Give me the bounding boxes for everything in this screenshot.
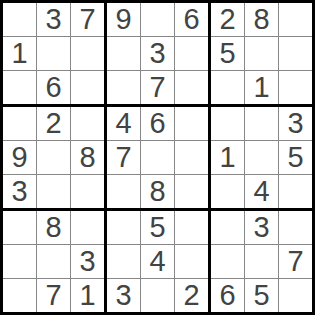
cell-r8c8[interactable]	[245, 245, 278, 278]
cell-r3c5[interactable]: 7	[141, 71, 174, 104]
cell-r2c5[interactable]: 3	[141, 37, 174, 70]
cell-r8c3[interactable]: 3	[71, 245, 104, 278]
cell-r4c7[interactable]	[211, 107, 244, 140]
cell-r2c6[interactable]	[175, 37, 208, 70]
cell-r9c2[interactable]: 7	[37, 279, 70, 312]
cell-r1c2[interactable]: 3	[37, 3, 70, 36]
cell-r7c9[interactable]	[279, 211, 312, 244]
cell-r5c1[interactable]: 9	[3, 141, 36, 174]
cell-r6c7[interactable]	[211, 175, 244, 208]
box-bottom-right: 3 7 6 5	[211, 211, 312, 312]
cell-r2c1[interactable]: 1	[3, 37, 36, 70]
cell-r5c4[interactable]: 7	[107, 141, 140, 174]
cell-r6c2[interactable]	[37, 175, 70, 208]
box-middle-center: 4 6 7 8	[107, 107, 208, 208]
cell-r9c4[interactable]: 3	[107, 279, 140, 312]
box-top-right: 2 8 5 1	[211, 3, 312, 104]
cell-r9c9[interactable]	[279, 279, 312, 312]
cell-r6c8[interactable]: 4	[245, 175, 278, 208]
box-middle-left: 2 9 8 3	[3, 107, 104, 208]
cell-r8c2[interactable]	[37, 245, 70, 278]
cell-r5c7[interactable]: 1	[211, 141, 244, 174]
cell-r6c6[interactable]	[175, 175, 208, 208]
sudoku-board: 3 7 1 6 9 6 3 7 2 8 5 1 2 9 8 3	[0, 0, 315, 315]
cell-r6c3[interactable]	[71, 175, 104, 208]
cell-r6c9[interactable]	[279, 175, 312, 208]
cell-r8c7[interactable]	[211, 245, 244, 278]
cell-r4c6[interactable]	[175, 107, 208, 140]
cell-r3c1[interactable]	[3, 71, 36, 104]
cell-r8c6[interactable]	[175, 245, 208, 278]
cell-r5c9[interactable]: 5	[279, 141, 312, 174]
cell-r2c7[interactable]: 5	[211, 37, 244, 70]
cell-r6c4[interactable]	[107, 175, 140, 208]
cell-r2c3[interactable]	[71, 37, 104, 70]
cell-r8c1[interactable]	[3, 245, 36, 278]
cell-r3c9[interactable]	[279, 71, 312, 104]
cell-r4c5[interactable]: 6	[141, 107, 174, 140]
cell-r5c8[interactable]	[245, 141, 278, 174]
cell-r4c2[interactable]: 2	[37, 107, 70, 140]
box-bottom-center: 5 4 3 2	[107, 211, 208, 312]
cell-r3c6[interactable]	[175, 71, 208, 104]
cell-r4c8[interactable]	[245, 107, 278, 140]
cell-r7c2[interactable]: 8	[37, 211, 70, 244]
cell-r1c6[interactable]: 6	[175, 3, 208, 36]
cell-r9c1[interactable]	[3, 279, 36, 312]
cell-r9c8[interactable]: 5	[245, 279, 278, 312]
cell-r8c9[interactable]: 7	[279, 245, 312, 278]
cell-r1c5[interactable]	[141, 3, 174, 36]
cell-r1c7[interactable]: 2	[211, 3, 244, 36]
cell-r8c5[interactable]: 4	[141, 245, 174, 278]
cell-r1c9[interactable]	[279, 3, 312, 36]
cell-r1c4[interactable]: 9	[107, 3, 140, 36]
box-top-center: 9 6 3 7	[107, 3, 208, 104]
cell-r6c1[interactable]: 3	[3, 175, 36, 208]
cell-r9c6[interactable]: 2	[175, 279, 208, 312]
cell-r4c3[interactable]	[71, 107, 104, 140]
cell-r5c5[interactable]	[141, 141, 174, 174]
cell-r7c5[interactable]: 5	[141, 211, 174, 244]
cell-r2c9[interactable]	[279, 37, 312, 70]
cell-r7c7[interactable]	[211, 211, 244, 244]
cell-r3c3[interactable]	[71, 71, 104, 104]
cell-r7c3[interactable]	[71, 211, 104, 244]
cell-r9c7[interactable]: 6	[211, 279, 244, 312]
cell-r5c3[interactable]: 8	[71, 141, 104, 174]
cell-r3c8[interactable]: 1	[245, 71, 278, 104]
cell-r1c1[interactable]	[3, 3, 36, 36]
cell-r4c1[interactable]	[3, 107, 36, 140]
cell-r3c4[interactable]	[107, 71, 140, 104]
cell-r7c8[interactable]: 3	[245, 211, 278, 244]
cell-r5c6[interactable]	[175, 141, 208, 174]
cell-r5c2[interactable]	[37, 141, 70, 174]
cell-r6c5[interactable]: 8	[141, 175, 174, 208]
cell-r9c3[interactable]: 1	[71, 279, 104, 312]
cell-r4c9[interactable]: 3	[279, 107, 312, 140]
cell-r2c2[interactable]	[37, 37, 70, 70]
cell-r2c4[interactable]	[107, 37, 140, 70]
cell-r9c5[interactable]	[141, 279, 174, 312]
cell-r7c4[interactable]	[107, 211, 140, 244]
cell-r7c6[interactable]	[175, 211, 208, 244]
box-bottom-left: 8 3 7 1	[3, 211, 104, 312]
cell-r8c4[interactable]	[107, 245, 140, 278]
cell-r4c4[interactable]: 4	[107, 107, 140, 140]
box-middle-right: 3 1 5 4	[211, 107, 312, 208]
cell-r1c8[interactable]: 8	[245, 3, 278, 36]
cell-r7c1[interactable]	[3, 211, 36, 244]
cell-r1c3[interactable]: 7	[71, 3, 104, 36]
cell-r3c7[interactable]	[211, 71, 244, 104]
cell-r2c8[interactable]	[245, 37, 278, 70]
cell-r3c2[interactable]: 6	[37, 71, 70, 104]
box-top-left: 3 7 1 6	[3, 3, 104, 104]
